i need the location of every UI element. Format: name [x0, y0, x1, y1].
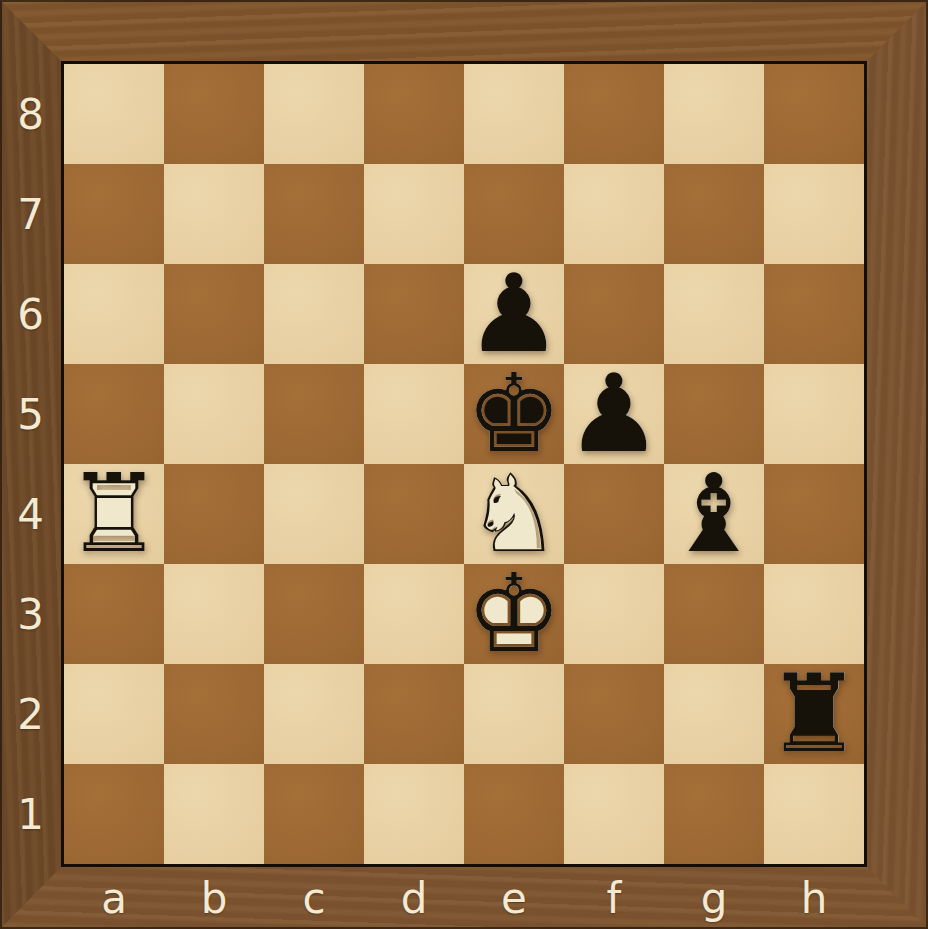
square-f1[interactable]: [564, 764, 664, 864]
file-label-f: f: [564, 867, 664, 929]
square-d8[interactable]: [364, 64, 464, 164]
square-f4[interactable]: [564, 464, 664, 564]
rank-label-7: 7: [0, 164, 61, 264]
rank-label-8: 8: [0, 64, 61, 164]
square-d3[interactable]: [364, 564, 464, 664]
square-a4[interactable]: ♜♖: [64, 464, 164, 564]
square-f8[interactable]: [564, 64, 664, 164]
square-d2[interactable]: [364, 664, 464, 764]
square-g8[interactable]: [664, 64, 764, 164]
square-b2[interactable]: [164, 664, 264, 764]
file-label-a: a: [64, 867, 164, 929]
square-e7[interactable]: [464, 164, 564, 264]
square-d5[interactable]: [364, 364, 464, 464]
square-b4[interactable]: [164, 464, 264, 564]
square-f2[interactable]: [564, 664, 664, 764]
square-h4[interactable]: [764, 464, 864, 564]
rank-labels: 87654321: [0, 64, 61, 864]
square-e3[interactable]: ♚♔: [464, 564, 564, 664]
white-knight-icon: ♘: [464, 464, 564, 564]
square-c8[interactable]: [264, 64, 364, 164]
black-rook-icon: ♜: [764, 664, 864, 764]
square-e8[interactable]: [464, 64, 564, 164]
square-h8[interactable]: [764, 64, 864, 164]
piece-black-pawn-e6[interactable]: ♙♟: [464, 264, 564, 364]
file-label-c: c: [264, 867, 364, 929]
black-pawn-icon: ♟: [564, 364, 664, 464]
white-rook-icon: ♖: [64, 464, 164, 564]
frame-right-wood-grain: [867, 0, 928, 929]
square-c2[interactable]: [264, 664, 364, 764]
file-label-g: g: [664, 867, 764, 929]
piece-black-king-e5[interactable]: ♔♚: [464, 364, 564, 464]
square-e1[interactable]: [464, 764, 564, 864]
square-g2[interactable]: [664, 664, 764, 764]
piece-white-knight-e4[interactable]: ♞♘: [464, 464, 564, 564]
square-h1[interactable]: [764, 764, 864, 864]
square-f6[interactable]: [564, 264, 664, 364]
square-h2[interactable]: ♖♜: [764, 664, 864, 764]
piece-white-king-e3[interactable]: ♚♔: [464, 564, 564, 664]
square-e2[interactable]: [464, 664, 564, 764]
square-b6[interactable]: [164, 264, 264, 364]
file-label-h: h: [764, 867, 864, 929]
square-c7[interactable]: [264, 164, 364, 264]
square-b3[interactable]: [164, 564, 264, 664]
square-d7[interactable]: [364, 164, 464, 264]
square-g7[interactable]: [664, 164, 764, 264]
frame-top-wood-grain: [0, 0, 928, 61]
rank-label-4: 4: [0, 464, 61, 564]
square-g5[interactable]: [664, 364, 764, 464]
square-a5[interactable]: [64, 364, 164, 464]
file-label-b: b: [164, 867, 264, 929]
square-c1[interactable]: [264, 764, 364, 864]
white-king-icon: ♔: [464, 564, 564, 664]
square-c3[interactable]: [264, 564, 364, 664]
square-g1[interactable]: [664, 764, 764, 864]
black-bishop-icon: ♝: [664, 464, 764, 564]
square-g6[interactable]: [664, 264, 764, 364]
square-c6[interactable]: [264, 264, 364, 364]
square-c5[interactable]: [264, 364, 364, 464]
board: ♙♟♔♚♙♟♜♖♞♘♗♝♚♔♖♜: [61, 61, 867, 867]
rank-label-6: 6: [0, 264, 61, 364]
square-a8[interactable]: [64, 64, 164, 164]
square-c4[interactable]: [264, 464, 364, 564]
square-b8[interactable]: [164, 64, 264, 164]
square-f5[interactable]: ♙♟: [564, 364, 664, 464]
square-a3[interactable]: [64, 564, 164, 664]
piece-black-pawn-f5[interactable]: ♙♟: [564, 364, 664, 464]
file-label-e: e: [464, 867, 564, 929]
square-b1[interactable]: [164, 764, 264, 864]
rank-label-1: 1: [0, 764, 61, 864]
square-a6[interactable]: [64, 264, 164, 364]
square-h7[interactable]: [764, 164, 864, 264]
chess-board-frame: 87654321 abcdefgh ♙♟♔♚♙♟♜♖♞♘♗♝♚♔♖♜: [0, 0, 928, 929]
file-label-d: d: [364, 867, 464, 929]
square-d1[interactable]: [364, 764, 464, 864]
square-g4[interactable]: ♗♝: [664, 464, 764, 564]
square-a2[interactable]: [64, 664, 164, 764]
square-e5[interactable]: ♔♚: [464, 364, 564, 464]
square-d6[interactable]: [364, 264, 464, 364]
piece-white-rook-a4[interactable]: ♜♖: [64, 464, 164, 564]
square-b5[interactable]: [164, 364, 264, 464]
square-e4[interactable]: ♞♘: [464, 464, 564, 564]
rank-label-2: 2: [0, 664, 61, 764]
square-b7[interactable]: [164, 164, 264, 264]
rank-label-3: 3: [0, 564, 61, 664]
square-f3[interactable]: [564, 564, 664, 664]
piece-black-bishop-g4[interactable]: ♗♝: [664, 464, 764, 564]
square-a1[interactable]: [64, 764, 164, 864]
rank-label-5: 5: [0, 364, 61, 464]
square-h5[interactable]: [764, 364, 864, 464]
square-f7[interactable]: [564, 164, 664, 264]
piece-black-rook-h2[interactable]: ♖♜: [764, 664, 864, 764]
square-h3[interactable]: [764, 564, 864, 664]
square-e6[interactable]: ♙♟: [464, 264, 564, 364]
square-h6[interactable]: [764, 264, 864, 364]
square-a7[interactable]: [64, 164, 164, 264]
square-g3[interactable]: [664, 564, 764, 664]
file-labels: abcdefgh: [64, 867, 864, 929]
square-d4[interactable]: [364, 464, 464, 564]
black-pawn-icon: ♟: [464, 264, 564, 364]
black-king-icon: ♚: [464, 364, 564, 464]
